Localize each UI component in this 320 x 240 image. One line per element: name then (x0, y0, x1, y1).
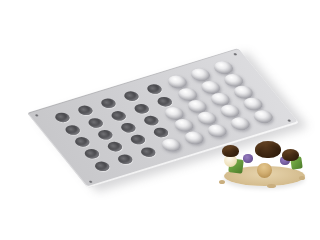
cavity-hole (128, 134, 148, 147)
mushroom-cap (282, 149, 299, 161)
cavity-hole (138, 146, 158, 159)
cavity-hole (75, 104, 95, 117)
mushroom-cap (222, 145, 239, 157)
cavity-hole (151, 127, 171, 140)
cavity-hole (52, 111, 72, 124)
mushroom-stem-tan (257, 163, 272, 178)
inset-dessert-photo (215, 138, 310, 200)
hanging-hole-top-corner (233, 53, 238, 56)
cavity-dome (227, 115, 253, 132)
cavity-hole (92, 160, 112, 173)
purple-garnish (243, 154, 253, 163)
cavity-hole (105, 141, 125, 154)
hanging-hole-right-corner (287, 119, 292, 122)
cavity-dome (158, 137, 184, 154)
cavity-hole (108, 109, 128, 122)
cavity-hole (141, 114, 161, 127)
cavity-hole (98, 97, 118, 110)
cavity-hole (72, 136, 92, 149)
cavity-hole (131, 102, 151, 115)
crumble-bit (299, 176, 305, 180)
cavity-dome (250, 108, 276, 125)
cavity-hole (85, 117, 105, 130)
crumble-bit (219, 180, 225, 184)
cavity-hole (118, 122, 138, 135)
cavity-hole (82, 148, 102, 161)
cavity-hole (154, 95, 174, 108)
cavity-hole (62, 124, 82, 137)
cavity-hole (95, 129, 115, 142)
mushroom-cap (255, 141, 281, 158)
cavity-hole (121, 90, 141, 103)
product-photo (0, 0, 320, 240)
crumble-bit (267, 184, 276, 188)
cavity-hole (144, 83, 164, 96)
cavity-hole (115, 153, 135, 166)
cavity-dome (181, 130, 207, 147)
hanging-hole-left-corner (34, 114, 39, 117)
hanging-hole-bottom-corner (88, 180, 93, 183)
